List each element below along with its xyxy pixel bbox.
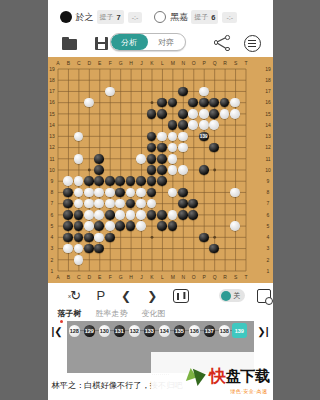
stone-black-D3 [84,244,94,254]
jump-end-icon[interactable]: ❯| [257,326,268,337]
stone-black-P13: 139 [199,132,209,142]
mode-switch[interactable]: 分析 对弈 [110,33,186,51]
move-connector [200,330,204,331]
watermark-slogan: 绿色·安全·高速 [230,388,267,394]
stone-black-B5 [63,221,73,231]
go-board[interactable]: AA1919BB1818CC1717DD1616EE1515FF1414GG13… [48,57,273,283]
stone-white-D8 [84,188,94,198]
move-136[interactable]: 136 [189,325,201,337]
svg-text:18: 18 [49,77,55,83]
svg-text:H: H [129,274,133,280]
svg-text:16: 16 [265,99,271,105]
svg-text:17: 17 [265,88,271,94]
white-clock: -:- [222,12,237,23]
stone-black-D4 [84,233,94,243]
stone-white-C2 [74,255,84,265]
svg-text:15: 15 [49,111,55,117]
stone-white-N10 [178,165,188,175]
stone-black-L16 [157,98,167,108]
players-row: 於之 提子7 -:- 黑嘉 提子6 -:- [48,6,273,28]
black-stone-icon [60,11,72,23]
svg-text:E: E [98,274,102,280]
stone-white-C11 [74,154,84,164]
stone-white-D16 [84,98,94,108]
svg-text:1: 1 [50,268,53,274]
white-captures-box: 提子6 [191,10,218,24]
svg-text:14: 14 [265,122,271,128]
stone-white-D5 [84,221,94,231]
move-139[interactable]: 139 [234,325,246,337]
svg-text:S: S [233,60,237,66]
svg-text:1: 1 [266,268,269,274]
svg-text:L: L [161,60,164,66]
move-130[interactable]: 130 [99,325,111,337]
stone-white-D7 [84,199,94,209]
move-connector [80,330,84,331]
move-number: 134 [160,328,169,334]
tab-0[interactable]: 落子树 [58,308,82,321]
watermark-logo-icon [188,366,208,386]
svg-text:10: 10 [265,167,271,173]
tab-analyze[interactable]: 分析 [111,34,148,50]
stone-black-E10 [94,165,104,175]
move-connector [215,330,219,331]
stone-white-F8 [105,188,115,198]
move-number: 129 [85,328,94,334]
move-number: 128 [70,328,79,334]
stone-white-F5 [105,221,115,231]
black-captures-box: 提子7 [97,10,124,24]
svg-text:M: M [170,60,174,66]
stone-white-R15 [220,109,230,119]
stone-black-E5 [94,221,104,231]
move-connector [140,330,144,331]
bottom-toolbar: ↺x P ❮ ❯ 关 [48,283,273,308]
move-number: 132 [130,328,139,334]
svg-text:6: 6 [266,212,269,218]
stone-black-E11 [94,154,104,164]
share-button[interactable] [214,35,230,51]
undo-icon[interactable]: ↺x [70,289,81,302]
move-132[interactable]: 132 [129,325,141,337]
svg-text:17: 17 [49,88,55,94]
stone-black-P10 [199,165,209,175]
black-captures-count: 7 [117,13,121,22]
open-folder-button[interactable] [62,37,77,50]
next-move-button[interactable]: ❯ [147,289,157,303]
svg-text:13: 13 [49,133,55,139]
svg-text:8: 8 [266,189,269,195]
svg-text:7: 7 [266,200,269,206]
tab-play[interactable]: 对弈 [148,34,185,50]
action-row: 分析 对弈 [48,30,273,56]
svg-text:C: C [77,274,81,280]
svg-text:N: N [181,60,185,66]
stone-white-E4 [94,233,104,243]
stone-black-C6 [74,210,84,220]
stone-black-E9 [94,176,104,186]
svg-text:J: J [140,60,143,66]
watermark-rest: 盘下载 [226,367,270,386]
stone-black-G8 [115,188,125,198]
stone-black-N17 [178,87,188,97]
svg-text:19: 19 [265,66,271,72]
stone-white-M11 [168,154,178,164]
svg-text:18: 18 [265,77,271,83]
svg-text:16: 16 [49,99,55,105]
stone-white-G6 [115,210,125,220]
stone-black-L10 [157,165,167,175]
stone-white-J5 [136,221,146,231]
svg-text:J: J [140,274,143,280]
stone-black-B8 [63,188,73,198]
stone-black-J9 [136,176,146,186]
svg-text:M: M [170,274,174,280]
svg-text:9: 9 [50,178,53,184]
stone-white-H6 [126,210,136,220]
stone-black-K6 [147,210,157,220]
svg-text:P: P [202,60,206,66]
stone-white-P15 [199,109,209,119]
svg-text:9: 9 [266,178,269,184]
svg-text:B: B [66,274,70,280]
svg-text:A: A [56,274,60,280]
svg-text:B: B [66,60,70,66]
stone-black-G5 [115,221,125,231]
stone-black-F6 [105,210,115,220]
stone-white-P14 [199,120,209,130]
save-button[interactable] [95,37,108,50]
svg-text:G: G [118,274,122,280]
move-138[interactable]: 138 [219,325,231,337]
pass-button[interactable]: P [96,288,105,303]
stone-white-S15 [230,109,240,119]
jump-start-icon[interactable]: |❮ [52,326,63,337]
svg-text:D: D [87,60,91,66]
move-128[interactable]: 128 [69,325,81,337]
move-number: 133 [145,328,154,334]
stone-black-N6 [178,210,188,220]
svg-text:2: 2 [50,257,53,263]
svg-text:11: 11 [49,156,54,162]
svg-text:4: 4 [266,234,269,240]
stone-black-B6 [63,210,73,220]
stone-black-L15 [157,109,167,119]
toggle-knob [221,291,231,301]
stone-black-K10 [147,165,157,175]
move-connector [125,330,129,331]
last-move-number: 139 [199,132,209,142]
stone-white-E6 [94,210,104,220]
svg-text:3: 3 [50,245,53,251]
stone-black-M14 [168,120,178,130]
stone-white-B3 [63,244,73,254]
stone-black-L6 [157,210,167,220]
stone-black-K15 [147,109,157,119]
svg-text:A: A [56,60,60,66]
stone-white-J11 [136,154,146,164]
stone-white-O14 [188,120,198,130]
svg-text:T: T [244,60,247,66]
black-player-name: 於之 [76,11,94,24]
svg-text:K: K [150,274,154,280]
panel-tabs: 落子树胜率走势变化图 [48,308,273,321]
svg-text:G: G [118,60,122,66]
svg-text:12: 12 [265,144,271,150]
svg-text:6: 6 [50,212,53,218]
stone-black-Q15 [209,109,219,119]
prev-move-button[interactable]: ❮ [121,289,131,303]
stone-black-F4 [105,233,115,243]
stone-black-F9 [105,176,115,186]
svg-text:8: 8 [50,189,53,195]
move-number: 139 [235,328,244,334]
trial-board-icon[interactable] [257,289,271,303]
move-131[interactable]: 131 [114,325,126,337]
svg-text:T: T [244,274,247,280]
svg-text:H: H [129,60,133,66]
move-137[interactable]: 137 [204,325,216,337]
stone-white-F7 [105,199,115,209]
svg-text:P: P [202,274,206,280]
move-number: 137 [205,328,214,334]
svg-text:2: 2 [266,257,269,263]
svg-text:5: 5 [50,223,53,229]
svg-text:K: K [150,60,154,66]
stone-black-N15 [178,109,188,119]
svg-text:10: 10 [49,167,55,173]
black-captures-label: 提子 [100,12,114,22]
stone-white-M6 [168,210,178,220]
stone-black-L11 [157,154,167,164]
stone-white-F17 [105,87,115,97]
svg-text:11: 11 [265,156,270,162]
move-number: 138 [220,328,229,334]
toggle-label: 关 [233,291,240,301]
svg-text:4: 4 [50,234,53,240]
svg-text:L: L [161,274,164,280]
stone-white-N13 [178,132,188,142]
watermark: 快 盘下载 绿色·安全·高速 [151,352,273,400]
stone-black-O6 [188,210,198,220]
stone-black-D9 [84,176,94,186]
stone-black-P16 [199,98,209,108]
stone-black-N14 [178,120,188,130]
white-stone-icon [154,11,166,23]
svg-text:R: R [223,60,227,66]
stone-white-P17 [199,87,209,97]
menu-button[interactable] [244,35,261,52]
stone-black-L9 [157,176,167,186]
move-number: 136 [190,328,199,334]
stone-white-C9 [74,176,84,186]
svg-text:F: F [108,274,111,280]
svg-text:F: F [108,60,111,66]
stone-white-N12 [178,143,188,153]
white-player-name: 黑嘉 [170,11,188,24]
svg-text:12: 12 [49,144,55,150]
move-connector [155,330,159,331]
svg-text:O: O [191,60,195,66]
svg-text:15: 15 [265,111,271,117]
stone-white-S5 [230,221,240,231]
svg-text:3: 3 [266,245,269,251]
stone-white-D6 [84,210,94,220]
move-connector [110,330,114,331]
move-connector [170,330,174,331]
ai-toggle[interactable]: 关 [219,289,245,302]
tab-2[interactable]: 变化图 [142,308,166,321]
svg-text:13: 13 [265,133,271,139]
svg-text:14: 14 [49,122,55,128]
stone-black-B7 [63,199,73,209]
stone-black-L12 [157,143,167,153]
move-129[interactable]: 129 [84,325,96,337]
move-number: 131 [115,328,124,334]
move-connector [95,330,99,331]
move-connector [185,330,189,331]
stone-white-L13 [157,132,167,142]
stone-white-J6 [136,210,146,220]
svg-text:5: 5 [266,223,269,229]
header: 於之 提子7 -:- 黑嘉 提子6 -:- 分析 对弈 [48,0,273,57]
svg-text:R: R [223,274,227,280]
stone-black-L5 [157,221,167,231]
stone-white-S8 [230,188,240,198]
stone-black-P4 [199,233,209,243]
move-number: 130 [100,328,109,334]
stone-black-G9 [115,176,125,186]
chart-icon[interactable] [173,289,189,303]
white-captures-count: 6 [211,13,215,22]
white-captures-label: 提子 [194,12,208,22]
move-135[interactable]: 135 [174,325,186,337]
svg-text:Q: Q [212,274,216,280]
tab-1[interactable]: 胜率走势 [96,308,128,321]
svg-text:Q: Q [212,60,216,66]
stone-white-B9 [63,176,73,186]
stone-black-B4 [63,233,73,243]
stone-white-M10 [168,165,178,175]
svg-text:19: 19 [49,66,55,72]
svg-text:D: D [87,274,91,280]
svg-text:O: O [191,274,195,280]
black-clock: -:- [128,12,143,23]
svg-text:S: S [233,274,237,280]
svg-text:C: C [77,60,81,66]
stone-black-M5 [168,221,178,231]
stone-white-J8 [136,188,146,198]
stone-white-O15 [188,109,198,119]
watermark-kuai: 快 [209,365,226,388]
svg-text:N: N [181,274,185,280]
svg-text:7: 7 [50,200,53,206]
svg-text:E: E [98,60,102,66]
stone-black-N7 [178,199,188,209]
app-screen: 於之 提子7 -:- 黑嘉 提子6 -:- 分析 对弈 AA1919BB1818… [48,0,273,400]
stone-black-C5 [74,221,84,231]
stone-white-Q14 [209,120,219,130]
stone-black-N8 [178,188,188,198]
move-number: 135 [175,328,184,334]
move-133[interactable]: 133 [144,325,156,337]
stone-black-K11 [147,154,157,164]
move-134[interactable]: 134 [159,325,171,337]
